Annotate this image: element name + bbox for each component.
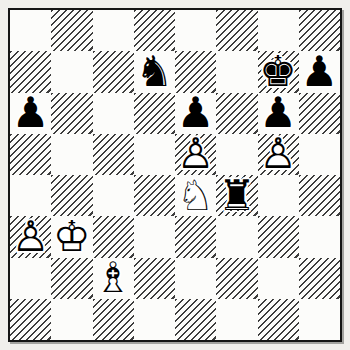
- white-pawn-e5[interactable]: ♟♙: [175, 134, 216, 175]
- white-pawn-icon: ♙: [175, 134, 216, 175]
- chess-board: ♞♞♚♚♟♟♟♟♟♟♟♟♟♙♟♙♞♘♜♜♟♙♚♔♝♗: [10, 10, 340, 340]
- square-c1[interactable]: [93, 299, 134, 340]
- black-knight-icon: ♞: [134, 51, 175, 92]
- black-pawn-g6[interactable]: ♟♟: [258, 93, 299, 134]
- square-a7[interactable]: [10, 51, 51, 92]
- black-pawn-icon: ♟: [299, 51, 340, 92]
- white-bishop-icon: ♗: [93, 258, 134, 299]
- white-bishop-c2[interactable]: ♝♗: [93, 258, 134, 299]
- square-b6[interactable]: [51, 93, 92, 134]
- square-e5[interactable]: ♟♙: [175, 134, 216, 175]
- square-b8[interactable]: [51, 10, 92, 51]
- square-f3[interactable]: [216, 216, 257, 257]
- square-h5[interactable]: [299, 134, 340, 175]
- square-a3[interactable]: ♟♙: [10, 216, 51, 257]
- black-pawn-a6[interactable]: ♟♟: [10, 93, 51, 134]
- square-b3[interactable]: ♚♔: [51, 216, 92, 257]
- white-king-icon: ♔: [51, 216, 92, 257]
- square-h7[interactable]: ♟♟: [299, 51, 340, 92]
- square-b1[interactable]: [51, 299, 92, 340]
- square-g7[interactable]: ♚♚: [258, 51, 299, 92]
- square-h3[interactable]: [299, 216, 340, 257]
- square-a2[interactable]: [10, 258, 51, 299]
- square-d7[interactable]: ♞♞: [134, 51, 175, 92]
- black-king-icon: ♚: [258, 51, 299, 92]
- square-g2[interactable]: [258, 258, 299, 299]
- square-g8[interactable]: [258, 10, 299, 51]
- square-h2[interactable]: [299, 258, 340, 299]
- black-king-g7[interactable]: ♚♚: [258, 51, 299, 92]
- square-c3[interactable]: [93, 216, 134, 257]
- white-pawn-a3[interactable]: ♟♙: [10, 216, 51, 257]
- square-e2[interactable]: [175, 258, 216, 299]
- square-c6[interactable]: [93, 93, 134, 134]
- square-d3[interactable]: [134, 216, 175, 257]
- white-knight-icon: ♘: [175, 175, 216, 216]
- white-king-b3[interactable]: ♚♔: [51, 216, 92, 257]
- white-pawn-g5[interactable]: ♟♙: [258, 134, 299, 175]
- square-b5[interactable]: [51, 134, 92, 175]
- square-c5[interactable]: [93, 134, 134, 175]
- square-d6[interactable]: [134, 93, 175, 134]
- square-h4[interactable]: [299, 175, 340, 216]
- square-e4[interactable]: ♞♘: [175, 175, 216, 216]
- square-f5[interactable]: [216, 134, 257, 175]
- square-a6[interactable]: ♟♟: [10, 93, 51, 134]
- square-g6[interactable]: ♟♟: [258, 93, 299, 134]
- square-h1[interactable]: [299, 299, 340, 340]
- black-pawn-h7[interactable]: ♟♟: [299, 51, 340, 92]
- square-g4[interactable]: [258, 175, 299, 216]
- square-f8[interactable]: [216, 10, 257, 51]
- square-a4[interactable]: [10, 175, 51, 216]
- chess-diagram-page: ♞♞♚♚♟♟♟♟♟♟♟♟♟♙♟♙♞♘♜♜♟♙♚♔♝♗: [0, 0, 350, 350]
- square-a1[interactable]: [10, 299, 51, 340]
- square-d1[interactable]: [134, 299, 175, 340]
- square-d8[interactable]: [134, 10, 175, 51]
- square-g5[interactable]: ♟♙: [258, 134, 299, 175]
- square-b4[interactable]: [51, 175, 92, 216]
- square-d5[interactable]: [134, 134, 175, 175]
- square-h8[interactable]: [299, 10, 340, 51]
- square-e7[interactable]: [175, 51, 216, 92]
- black-pawn-icon: ♟: [258, 93, 299, 134]
- white-pawn-icon: ♙: [10, 216, 51, 257]
- square-f1[interactable]: [216, 299, 257, 340]
- black-pawn-e6[interactable]: ♟♟: [175, 93, 216, 134]
- white-pawn-icon: ♙: [258, 134, 299, 175]
- black-rook-f4[interactable]: ♜♜: [216, 175, 257, 216]
- square-c2[interactable]: ♝♗: [93, 258, 134, 299]
- square-f6[interactable]: [216, 93, 257, 134]
- square-c4[interactable]: [93, 175, 134, 216]
- black-pawn-icon: ♟: [175, 93, 216, 134]
- black-knight-d7[interactable]: ♞♞: [134, 51, 175, 92]
- black-pawn-icon: ♟: [10, 93, 51, 134]
- square-f7[interactable]: [216, 51, 257, 92]
- square-g1[interactable]: [258, 299, 299, 340]
- square-a8[interactable]: [10, 10, 51, 51]
- square-c8[interactable]: [93, 10, 134, 51]
- square-f2[interactable]: [216, 258, 257, 299]
- square-g3[interactable]: [258, 216, 299, 257]
- square-a5[interactable]: [10, 134, 51, 175]
- square-e3[interactable]: [175, 216, 216, 257]
- board-frame: ♞♞♚♚♟♟♟♟♟♟♟♟♟♙♟♙♞♘♜♜♟♙♚♔♝♗: [8, 8, 342, 342]
- square-b2[interactable]: [51, 258, 92, 299]
- square-d4[interactable]: [134, 175, 175, 216]
- square-e1[interactable]: [175, 299, 216, 340]
- white-knight-e4[interactable]: ♞♘: [175, 175, 216, 216]
- square-e6[interactable]: ♟♟: [175, 93, 216, 134]
- square-c7[interactable]: [93, 51, 134, 92]
- square-f4[interactable]: ♜♜: [216, 175, 257, 216]
- square-e8[interactable]: [175, 10, 216, 51]
- square-b7[interactable]: [51, 51, 92, 92]
- square-h6[interactable]: [299, 93, 340, 134]
- square-d2[interactable]: [134, 258, 175, 299]
- black-rook-icon: ♜: [216, 175, 257, 216]
